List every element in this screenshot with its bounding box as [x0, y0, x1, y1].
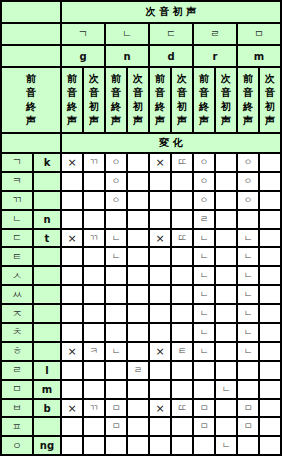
data-cell: × [150, 343, 172, 362]
data-cell [260, 305, 282, 324]
data-cell [84, 381, 106, 400]
data-cell [172, 267, 194, 286]
corner-cell [2, 134, 62, 154]
row-final-roman: b [34, 400, 62, 419]
corner-cell [2, 46, 62, 68]
data-cell [128, 324, 150, 343]
data-cell [128, 381, 150, 400]
data-cell [150, 267, 172, 286]
data-cell [260, 211, 282, 230]
data-cell [150, 286, 172, 305]
data-cell [194, 362, 216, 381]
data-cell [62, 305, 84, 324]
data-cell [172, 324, 194, 343]
data-cell: ㄴ [194, 230, 216, 249]
data-cell [216, 192, 238, 211]
data-cell [260, 173, 282, 192]
row-final-roman: m [34, 381, 62, 400]
data-cell [194, 437, 216, 456]
data-cell [84, 286, 106, 305]
data-cell [128, 154, 150, 173]
data-cell [62, 418, 84, 437]
next-initial-jamo-d: ㄷ [150, 24, 194, 46]
data-cell [238, 437, 260, 456]
data-cell [260, 324, 282, 343]
data-cell [128, 248, 150, 267]
pair-header-next: 次音初声 [128, 68, 150, 134]
data-cell: ㄴ [194, 286, 216, 305]
data-cell [172, 437, 194, 456]
row-final-roman [34, 324, 62, 343]
row-final-jamo: ㅇ [2, 437, 34, 456]
next-initial-roman-g: g [62, 46, 106, 68]
data-cell [84, 324, 106, 343]
data-cell: ㄴ [238, 248, 260, 267]
data-cell [84, 362, 106, 381]
data-cell [150, 418, 172, 437]
row-final-jamo: ㅌ [2, 248, 34, 267]
data-cell [106, 381, 128, 400]
row-final-jamo: ㅍ [2, 418, 34, 437]
data-cell [216, 173, 238, 192]
data-cell [106, 437, 128, 456]
data-cell: ㄴ [106, 230, 128, 249]
pair-header-prev: 前音終声 [62, 68, 84, 134]
row-final-roman: k [34, 154, 62, 173]
data-cell [216, 286, 238, 305]
row-final-roman [34, 173, 62, 192]
data-cell: × [62, 343, 84, 362]
data-cell: ㅇ [106, 192, 128, 211]
pair-header-prev: 前音終声 [150, 68, 172, 134]
data-cell: ㅁ [194, 418, 216, 437]
data-cell: ㄲ [84, 154, 106, 173]
data-cell [62, 324, 84, 343]
data-cell: ㄴ [194, 324, 216, 343]
row-final-roman [34, 248, 62, 267]
pair-header-prev: 前音終声 [238, 68, 260, 134]
data-cell [216, 230, 238, 249]
data-cell [260, 248, 282, 267]
data-cell [150, 437, 172, 456]
data-cell: ㄴ [106, 248, 128, 267]
data-cell [84, 173, 106, 192]
row-final-roman [34, 418, 62, 437]
data-cell [128, 173, 150, 192]
data-cell: ㄴ [194, 248, 216, 267]
data-cell [62, 381, 84, 400]
row-final-jamo: ㄹ [2, 362, 34, 381]
data-cell: ㄴ [194, 305, 216, 324]
row-final-roman: n [34, 211, 62, 230]
data-cell [260, 362, 282, 381]
data-cell [216, 305, 238, 324]
data-cell [62, 211, 84, 230]
data-cell [150, 248, 172, 267]
pair-header-next: 次音初声 [172, 68, 194, 134]
data-cell: ㄲ [84, 230, 106, 249]
pair-header-next: 次音初声 [84, 68, 106, 134]
data-cell [128, 211, 150, 230]
data-cell: ㄴ [194, 343, 216, 362]
data-cell [128, 267, 150, 286]
data-cell: × [150, 154, 172, 173]
data-cell [260, 286, 282, 305]
data-cell [172, 211, 194, 230]
data-cell: × [62, 400, 84, 419]
data-cell [128, 192, 150, 211]
row-final-roman: ng [34, 437, 62, 456]
data-cell [260, 400, 282, 419]
row-final-roman: t [34, 230, 62, 249]
data-cell: ㄴ [216, 381, 238, 400]
data-cell: ㄴ [238, 305, 260, 324]
row-final-jamo: ㅅ [2, 267, 34, 286]
data-cell [128, 418, 150, 437]
prev-final-header: 前音終声 [2, 68, 62, 134]
data-cell [62, 362, 84, 381]
data-cell [106, 324, 128, 343]
prev-final-header-text: 前音終声 [25, 72, 37, 128]
data-cell [238, 381, 260, 400]
row-final-jamo: ㅁ [2, 381, 34, 400]
data-cell [216, 362, 238, 381]
change-label: 変 化 [62, 134, 282, 154]
data-cell: ㅇ [238, 173, 260, 192]
next-initial-roman-r: r [194, 46, 238, 68]
next-initial-jamo-n: ㄴ [106, 24, 150, 46]
data-cell [260, 381, 282, 400]
row-final-jamo: ㄴ [2, 211, 34, 230]
data-cell: × [150, 400, 172, 419]
data-cell: ㄹ [194, 211, 216, 230]
data-cell [106, 211, 128, 230]
data-cell [238, 362, 260, 381]
data-cell [150, 381, 172, 400]
data-cell [260, 192, 282, 211]
row-final-roman [34, 305, 62, 324]
data-cell: ㄴ [106, 343, 128, 362]
table-title: 次 音 初 声 [62, 2, 282, 24]
data-cell [260, 154, 282, 173]
row-final-jamo: ㅆ [2, 286, 34, 305]
row-final-jamo: ㅋ [2, 173, 34, 192]
data-cell [84, 267, 106, 286]
data-cell [128, 400, 150, 419]
data-cell: ㅇ [238, 192, 260, 211]
data-cell: ㅇ [106, 154, 128, 173]
data-cell: ㅇ [106, 173, 128, 192]
data-cell [172, 192, 194, 211]
corner-cell [2, 24, 62, 46]
row-final-roman [34, 267, 62, 286]
data-cell [216, 343, 238, 362]
data-cell: ㄴ [238, 230, 260, 249]
row-final-jamo: ㅊ [2, 324, 34, 343]
data-cell [150, 192, 172, 211]
data-cell [62, 286, 84, 305]
data-cell [106, 362, 128, 381]
data-cell [260, 437, 282, 456]
data-cell [216, 154, 238, 173]
row-final-jamo: ㄷ [2, 230, 34, 249]
data-cell [216, 211, 238, 230]
data-cell [172, 248, 194, 267]
data-cell: ㄹ [128, 362, 150, 381]
data-cell [260, 343, 282, 362]
data-cell: ㅁ [238, 418, 260, 437]
data-cell [172, 173, 194, 192]
data-cell [106, 286, 128, 305]
pair-header-prev: 前音終声 [106, 68, 128, 134]
data-cell [128, 305, 150, 324]
corner-cell [2, 2, 62, 24]
data-cell [62, 267, 84, 286]
row-final-roman [34, 192, 62, 211]
data-cell [172, 286, 194, 305]
data-cell [128, 230, 150, 249]
data-cell [172, 362, 194, 381]
data-cell [84, 211, 106, 230]
next-initial-jamo-r: ㄹ [194, 24, 238, 46]
data-cell [260, 418, 282, 437]
data-cell [216, 418, 238, 437]
data-cell [150, 173, 172, 192]
data-cell: ㅇ [194, 173, 216, 192]
row-final-roman: l [34, 362, 62, 381]
data-cell: × [150, 230, 172, 249]
data-cell [216, 400, 238, 419]
data-cell [172, 418, 194, 437]
data-cell [194, 381, 216, 400]
data-cell: ㅁ [106, 418, 128, 437]
data-cell: ㅇ [238, 154, 260, 173]
data-cell [62, 173, 84, 192]
row-final-roman [34, 286, 62, 305]
data-cell: × [62, 230, 84, 249]
data-cell: ㄴ [238, 286, 260, 305]
data-cell: ㅁ [238, 400, 260, 419]
data-cell: ㅋ [84, 343, 106, 362]
data-cell [62, 192, 84, 211]
data-cell: ㄴ [194, 267, 216, 286]
data-cell [106, 267, 128, 286]
data-cell: × [62, 154, 84, 173]
row-final-jamo: ㄱ [2, 154, 34, 173]
data-cell [216, 267, 238, 286]
data-cell [84, 192, 106, 211]
data-cell: ㅁ [106, 400, 128, 419]
data-cell [128, 343, 150, 362]
data-cell: ㄴ [238, 267, 260, 286]
data-cell [150, 305, 172, 324]
data-cell: ㅌ [172, 343, 194, 362]
data-cell: ㄴ [238, 324, 260, 343]
data-cell [128, 437, 150, 456]
row-final-jamo: ㅈ [2, 305, 34, 324]
data-cell [84, 418, 106, 437]
data-cell [84, 305, 106, 324]
next-initial-roman-m: m [238, 46, 282, 68]
next-initial-jamo-g: ㄱ [62, 24, 106, 46]
data-cell [62, 248, 84, 267]
next-initial-roman-d: d [150, 46, 194, 68]
data-cell: ㄲ [84, 400, 106, 419]
next-initial-roman-n: n [106, 46, 150, 68]
data-cell [172, 305, 194, 324]
data-cell [216, 248, 238, 267]
data-cell [216, 324, 238, 343]
data-cell: ㅁ [194, 400, 216, 419]
pair-header-next: 次音初声 [216, 68, 238, 134]
data-cell [172, 381, 194, 400]
data-cell [260, 230, 282, 249]
data-cell [128, 286, 150, 305]
data-cell: ㄴ [216, 437, 238, 456]
row-final-jamo: ㅂ [2, 400, 34, 419]
data-cell: ㄸ [172, 400, 194, 419]
pair-header-next: 次音初声 [260, 68, 282, 134]
data-cell: ㅇ [194, 192, 216, 211]
next-initial-jamo-m: ㅁ [238, 24, 282, 46]
data-cell [84, 248, 106, 267]
data-cell [260, 267, 282, 286]
data-cell [62, 437, 84, 456]
row-final-jamo: ㅎ [2, 343, 34, 362]
data-cell [238, 211, 260, 230]
row-final-jamo: ㄲ [2, 192, 34, 211]
data-cell [150, 211, 172, 230]
data-cell [150, 362, 172, 381]
data-cell: ㅇ [194, 154, 216, 173]
data-cell [150, 324, 172, 343]
data-cell [106, 305, 128, 324]
sound-change-table: 次 音 初 声 ㄱ ㄴ ㄷ ㄹ ㅁ g n d r m 前音終声 前音終声 次音… [0, 0, 282, 456]
row-final-roman [34, 343, 62, 362]
data-cell [84, 437, 106, 456]
data-cell: ㄸ [172, 154, 194, 173]
data-cell: ㄸ [172, 230, 194, 249]
data-cell: ㄴ [238, 343, 260, 362]
pair-header-prev: 前音終声 [194, 68, 216, 134]
